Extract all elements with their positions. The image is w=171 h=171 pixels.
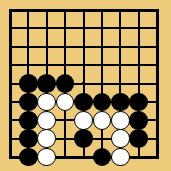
black-stone <box>129 129 148 148</box>
board-point[interactable] <box>56 19 74 37</box>
board-point[interactable] <box>74 56 92 74</box>
board-point[interactable] <box>1 129 19 147</box>
board-point[interactable] <box>111 111 129 129</box>
board-point[interactable] <box>111 93 129 111</box>
board-point[interactable] <box>129 148 147 166</box>
board-point[interactable] <box>111 148 129 166</box>
board-point[interactable] <box>74 148 92 166</box>
board-point[interactable] <box>1 93 19 111</box>
board-point[interactable] <box>111 38 129 56</box>
board-point[interactable] <box>93 74 111 92</box>
white-stone <box>37 148 56 167</box>
black-stone <box>37 74 56 93</box>
black-stone <box>74 93 93 112</box>
board-point[interactable] <box>129 129 147 147</box>
black-stone <box>19 129 38 148</box>
board-point[interactable] <box>38 74 56 92</box>
white-stone <box>111 129 130 148</box>
white-stone <box>37 111 56 130</box>
board-point[interactable] <box>93 129 111 147</box>
go-board[interactable] <box>1 1 166 166</box>
board-point[interactable] <box>148 19 166 37</box>
board-point[interactable] <box>129 74 147 92</box>
board-point[interactable] <box>111 19 129 37</box>
board-point[interactable] <box>56 1 74 19</box>
board-point[interactable] <box>56 148 74 166</box>
board-point[interactable] <box>1 56 19 74</box>
white-stone <box>56 93 75 112</box>
black-stone <box>129 93 148 112</box>
board-point[interactable] <box>129 38 147 56</box>
board-point[interactable] <box>38 19 56 37</box>
white-stone <box>93 111 112 130</box>
board-point[interactable] <box>56 56 74 74</box>
board-point[interactable] <box>19 111 37 129</box>
board-point[interactable] <box>19 74 37 92</box>
board-point[interactable] <box>148 129 166 147</box>
board-point[interactable] <box>148 38 166 56</box>
board-point[interactable] <box>93 38 111 56</box>
board-point[interactable] <box>74 129 92 147</box>
white-stone <box>74 111 93 130</box>
white-stone <box>111 111 130 130</box>
board-point[interactable] <box>148 93 166 111</box>
board-point[interactable] <box>56 129 74 147</box>
black-stone <box>19 93 38 112</box>
board-point[interactable] <box>1 148 19 166</box>
board-point[interactable] <box>1 111 19 129</box>
board-point[interactable] <box>38 148 56 166</box>
board-point[interactable] <box>111 129 129 147</box>
board-point[interactable] <box>56 38 74 56</box>
board-point[interactable] <box>148 111 166 129</box>
board-point[interactable] <box>74 111 92 129</box>
board-point[interactable] <box>129 1 147 19</box>
board-point[interactable] <box>93 93 111 111</box>
board-point[interactable] <box>129 19 147 37</box>
board-point[interactable] <box>93 111 111 129</box>
board-point[interactable] <box>74 93 92 111</box>
board-point[interactable] <box>38 1 56 19</box>
board-point[interactable] <box>93 19 111 37</box>
board-point[interactable] <box>148 56 166 74</box>
board-point[interactable] <box>129 93 147 111</box>
board-point[interactable] <box>38 111 56 129</box>
black-stone <box>129 111 148 130</box>
board-point[interactable] <box>38 93 56 111</box>
board-point[interactable] <box>56 111 74 129</box>
board-point[interactable] <box>93 1 111 19</box>
board-point[interactable] <box>19 129 37 147</box>
board-point[interactable] <box>148 148 166 166</box>
white-stone <box>37 93 56 112</box>
black-stone <box>93 148 112 167</box>
black-stone <box>111 93 130 112</box>
board-point[interactable] <box>19 38 37 56</box>
board-point[interactable] <box>1 74 19 92</box>
board-point[interactable] <box>38 129 56 147</box>
black-stone <box>19 111 38 130</box>
star-point <box>82 82 86 86</box>
white-stone <box>37 129 56 148</box>
board-point[interactable] <box>93 148 111 166</box>
black-stone <box>56 74 75 93</box>
board-point[interactable] <box>1 1 19 19</box>
black-stone <box>19 148 38 167</box>
board-point[interactable] <box>19 19 37 37</box>
board-point[interactable] <box>74 19 92 37</box>
board-point[interactable] <box>74 1 92 19</box>
board-point[interactable] <box>1 38 19 56</box>
black-stone <box>19 74 38 93</box>
black-stone <box>93 93 112 112</box>
board-point[interactable] <box>19 148 37 166</box>
go-diagram <box>0 0 171 171</box>
board-point[interactable] <box>56 74 74 92</box>
board-point[interactable] <box>19 56 37 74</box>
board-point[interactable] <box>111 74 129 92</box>
black-stone <box>74 129 93 148</box>
board-point[interactable] <box>1 19 19 37</box>
white-stone <box>111 148 130 167</box>
board-point[interactable] <box>38 38 56 56</box>
board-point[interactable] <box>93 56 111 74</box>
board-point[interactable] <box>74 74 92 92</box>
board-point[interactable] <box>19 93 37 111</box>
board-point[interactable] <box>129 111 147 129</box>
board-point[interactable] <box>38 56 56 74</box>
board-point[interactable] <box>148 1 166 19</box>
board-point[interactable] <box>111 56 129 74</box>
board-point[interactable] <box>74 38 92 56</box>
board-point[interactable] <box>148 74 166 92</box>
board-point[interactable] <box>129 56 147 74</box>
board-point[interactable] <box>111 1 129 19</box>
board-point[interactable] <box>19 1 37 19</box>
board-point[interactable] <box>56 93 74 111</box>
